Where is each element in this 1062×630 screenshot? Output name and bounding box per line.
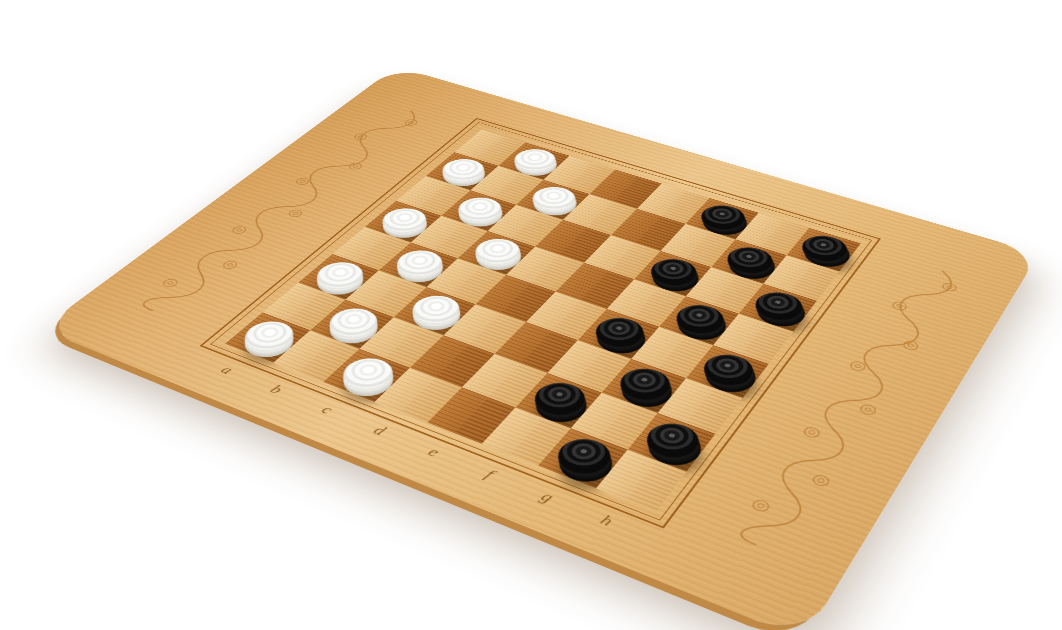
wooden-board: abcdefgh [40, 67, 1039, 630]
board-scene: abcdefgh [40, 67, 1039, 630]
photo-canvas: abcdefgh [0, 0, 1062, 630]
